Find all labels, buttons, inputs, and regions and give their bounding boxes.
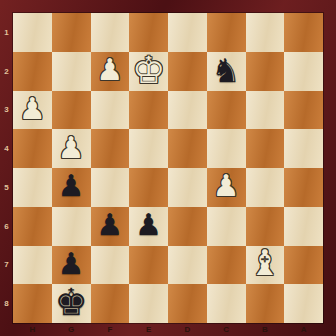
square-g1[interactable] xyxy=(52,13,91,52)
rank-label-1: 1 xyxy=(0,13,13,52)
square-f7[interactable] xyxy=(91,246,130,285)
file-label-c: C xyxy=(207,323,246,336)
square-d2[interactable] xyxy=(168,52,207,91)
square-d6[interactable] xyxy=(168,207,207,246)
square-c2[interactable]: ♞ xyxy=(207,52,246,91)
square-d8[interactable] xyxy=(168,284,207,323)
square-c8[interactable] xyxy=(207,284,246,323)
square-d4[interactable] xyxy=(168,129,207,168)
square-g4[interactable]: ♟ xyxy=(52,129,91,168)
square-e2[interactable]: ♚ xyxy=(129,52,168,91)
square-f3[interactable] xyxy=(91,91,130,130)
square-f1[interactable] xyxy=(91,13,130,52)
square-e8[interactable] xyxy=(129,284,168,323)
chess-board-grid: ♟♚♞♟♟♟♟♟♟♟♝♚ xyxy=(13,13,323,323)
square-a1[interactable] xyxy=(284,13,323,52)
square-b6[interactable] xyxy=(246,207,285,246)
square-c6[interactable] xyxy=(207,207,246,246)
rank-label-7: 7 xyxy=(0,246,13,285)
square-a3[interactable] xyxy=(284,91,323,130)
rank-label-4: 4 xyxy=(0,129,13,168)
square-f5[interactable] xyxy=(91,168,130,207)
square-b1[interactable] xyxy=(246,13,285,52)
square-e3[interactable] xyxy=(129,91,168,130)
square-e5[interactable] xyxy=(129,168,168,207)
square-h7[interactable] xyxy=(13,246,52,285)
file-label-a: A xyxy=(284,323,323,336)
file-label-h: H xyxy=(13,323,52,336)
square-c4[interactable] xyxy=(207,129,246,168)
chess-board: 12345678 HGFEDCBA ♟♚♞♟♟♟♟♟♟♟♝♚ xyxy=(0,0,336,336)
square-a5[interactable] xyxy=(284,168,323,207)
square-d7[interactable] xyxy=(168,246,207,285)
square-c5[interactable]: ♟ xyxy=(207,168,246,207)
rank-labels: 12345678 xyxy=(0,13,13,323)
rank-label-5: 5 xyxy=(0,168,13,207)
square-e4[interactable] xyxy=(129,129,168,168)
square-g2[interactable] xyxy=(52,52,91,91)
rank-label-8: 8 xyxy=(0,284,13,323)
black-pawn-piece[interactable]: ♟ xyxy=(58,171,85,201)
square-e1[interactable] xyxy=(129,13,168,52)
square-b5[interactable] xyxy=(246,168,285,207)
square-d1[interactable] xyxy=(168,13,207,52)
square-f2[interactable]: ♟ xyxy=(91,52,130,91)
square-a8[interactable] xyxy=(284,284,323,323)
square-h2[interactable] xyxy=(13,52,52,91)
file-labels: HGFEDCBA xyxy=(13,323,323,336)
file-label-f: F xyxy=(91,323,130,336)
square-c3[interactable] xyxy=(207,91,246,130)
black-king-piece[interactable]: ♚ xyxy=(55,284,88,321)
rank-label-6: 6 xyxy=(0,207,13,246)
file-label-d: D xyxy=(168,323,207,336)
white-king-piece[interactable]: ♚ xyxy=(132,52,165,89)
square-b7[interactable]: ♝ xyxy=(246,246,285,285)
square-h8[interactable] xyxy=(13,284,52,323)
black-pawn-piece[interactable]: ♟ xyxy=(96,210,123,240)
square-f6[interactable]: ♟ xyxy=(91,207,130,246)
black-knight-piece[interactable]: ♞ xyxy=(211,54,241,87)
square-f4[interactable] xyxy=(91,129,130,168)
white-pawn-piece[interactable]: ♟ xyxy=(213,171,240,201)
square-h4[interactable] xyxy=(13,129,52,168)
square-d3[interactable] xyxy=(168,91,207,130)
square-g3[interactable] xyxy=(52,91,91,130)
file-label-b: B xyxy=(246,323,285,336)
square-c7[interactable] xyxy=(207,246,246,285)
square-b3[interactable] xyxy=(246,91,285,130)
square-a6[interactable] xyxy=(284,207,323,246)
square-h1[interactable] xyxy=(13,13,52,52)
square-b8[interactable] xyxy=(246,284,285,323)
square-d5[interactable] xyxy=(168,168,207,207)
square-g8[interactable]: ♚ xyxy=(52,284,91,323)
white-pawn-piece[interactable]: ♟ xyxy=(58,133,85,163)
square-a7[interactable] xyxy=(284,246,323,285)
black-pawn-piece[interactable]: ♟ xyxy=(58,249,85,279)
white-pawn-piece[interactable]: ♟ xyxy=(19,94,46,124)
square-b4[interactable] xyxy=(246,129,285,168)
square-g7[interactable]: ♟ xyxy=(52,246,91,285)
square-f8[interactable] xyxy=(91,284,130,323)
rank-label-2: 2 xyxy=(0,52,13,91)
square-h6[interactable] xyxy=(13,207,52,246)
rank-label-3: 3 xyxy=(0,91,13,130)
square-g5[interactable]: ♟ xyxy=(52,168,91,207)
file-label-e: E xyxy=(129,323,168,336)
square-e6[interactable]: ♟ xyxy=(129,207,168,246)
file-label-g: G xyxy=(52,323,91,336)
square-a2[interactable] xyxy=(284,52,323,91)
square-a4[interactable] xyxy=(284,129,323,168)
square-h3[interactable]: ♟ xyxy=(13,91,52,130)
white-pawn-piece[interactable]: ♟ xyxy=(96,55,123,85)
square-h5[interactable] xyxy=(13,168,52,207)
square-e7[interactable] xyxy=(129,246,168,285)
square-g6[interactable] xyxy=(52,207,91,246)
square-c1[interactable] xyxy=(207,13,246,52)
black-pawn-piece[interactable]: ♟ xyxy=(135,210,162,240)
square-b2[interactable] xyxy=(246,52,285,91)
white-bishop-piece[interactable]: ♝ xyxy=(249,246,280,281)
